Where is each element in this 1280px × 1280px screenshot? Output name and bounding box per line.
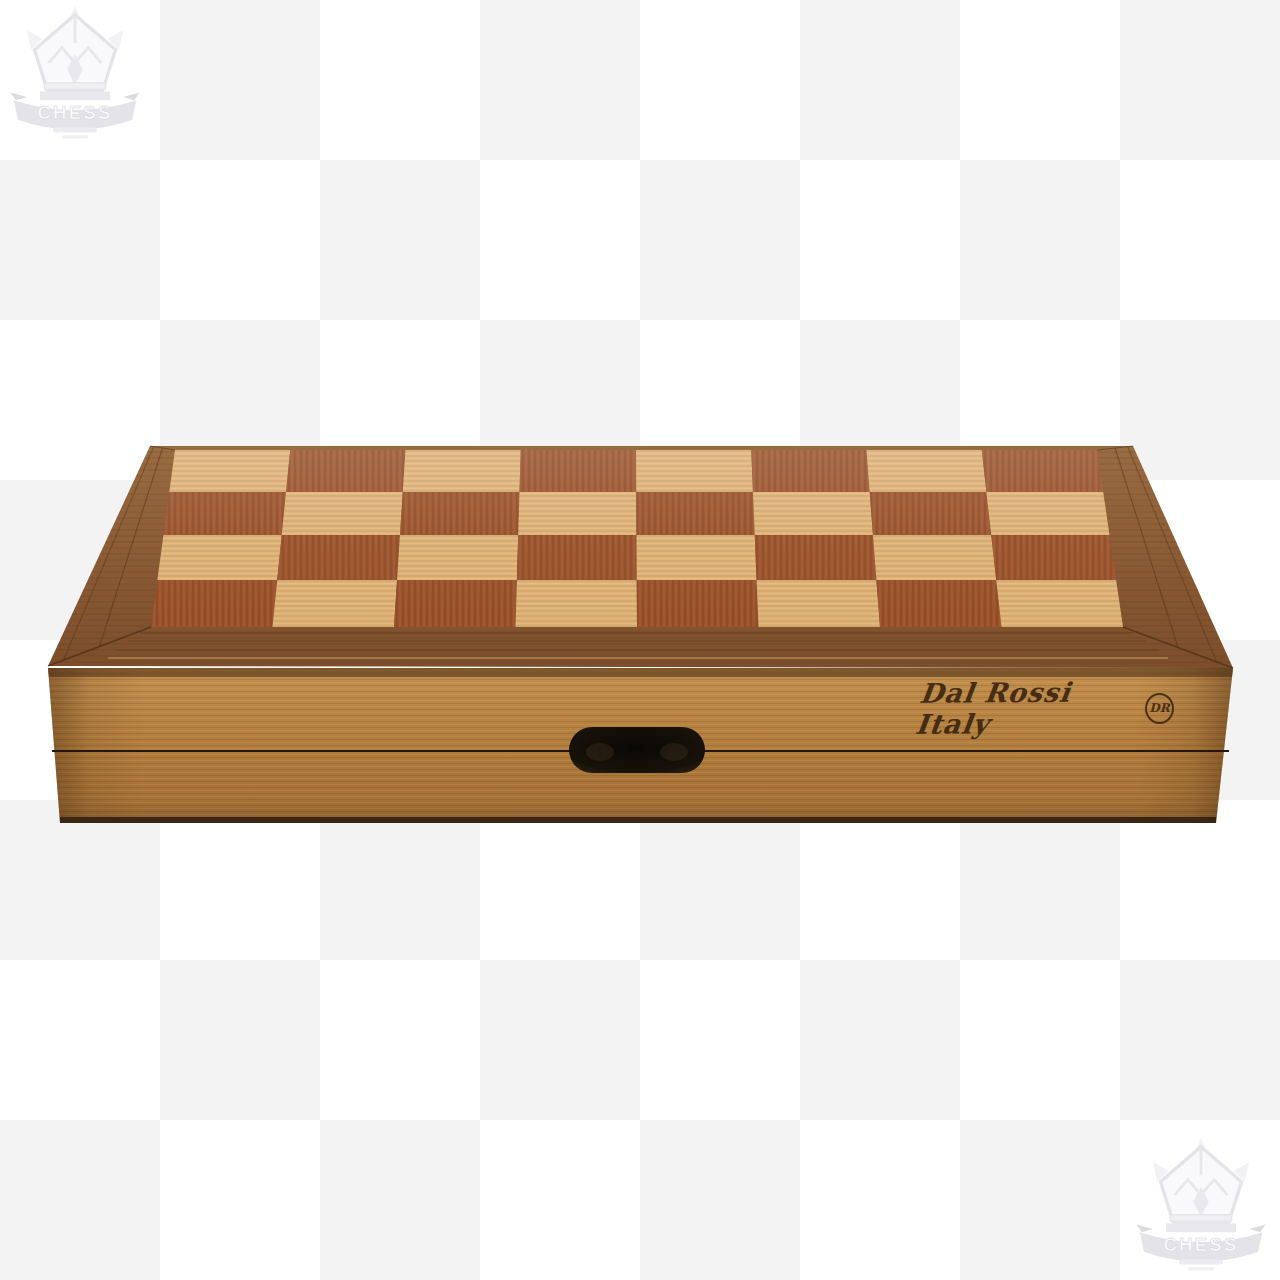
brand-inscription: Dal Rossi Italy DR [918, 686, 1174, 730]
folded-chess-box [0, 0, 1280, 1280]
product-photo-stage: CHESS CHESS [0, 0, 1280, 1280]
brand-inscription-text: Dal Rossi Italy [914, 676, 1140, 740]
box-bottom-edge [60, 817, 1216, 823]
brand-monogram: DR [1145, 693, 1174, 724]
